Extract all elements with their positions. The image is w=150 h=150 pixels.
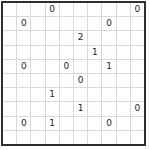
empty-cell-r1c8[interactable]: [117, 17, 130, 30]
empty-cell-r6c9[interactable]: [131, 88, 144, 101]
empty-cell-r8c6[interactable]: [88, 117, 101, 130]
empty-cell-r9c3[interactable]: [46, 131, 59, 144]
empty-cell-r7c3[interactable]: [46, 102, 59, 115]
empty-cell-r6c5[interactable]: [74, 88, 87, 101]
clue-cell-r2c5: 2: [74, 31, 87, 44]
empty-cell-r1c9[interactable]: [131, 17, 144, 30]
empty-cell-r4c9[interactable]: [131, 60, 144, 73]
empty-cell-r2c7[interactable]: [102, 31, 115, 44]
empty-cell-r1c0[interactable]: [3, 17, 16, 30]
empty-cell-r3c5[interactable]: [74, 46, 87, 59]
empty-cell-r7c7[interactable]: [102, 102, 115, 115]
empty-cell-r8c5[interactable]: [74, 117, 87, 130]
empty-cell-r9c9[interactable]: [131, 131, 144, 144]
empty-cell-r4c6[interactable]: [88, 60, 101, 73]
empty-cell-r4c0[interactable]: [3, 60, 16, 73]
empty-cell-r3c8[interactable]: [117, 46, 130, 59]
empty-cell-r6c2[interactable]: [31, 88, 44, 101]
clue-cell-r5c5: 0: [74, 74, 87, 87]
empty-cell-r0c0[interactable]: [3, 3, 16, 16]
empty-cell-r0c7[interactable]: [102, 3, 115, 16]
clue-cell-r1c1: 0: [17, 17, 30, 30]
empty-cell-r1c3[interactable]: [46, 17, 59, 30]
empty-cell-r7c8[interactable]: [117, 102, 130, 115]
empty-cell-r1c6[interactable]: [88, 17, 101, 30]
empty-cell-r1c4[interactable]: [60, 17, 73, 30]
empty-cell-r2c1[interactable]: [17, 31, 30, 44]
empty-cell-r0c5[interactable]: [74, 3, 87, 16]
clue-cell-r8c1: 0: [17, 117, 30, 130]
empty-cell-r0c1[interactable]: [17, 3, 30, 16]
empty-cell-r7c1[interactable]: [17, 102, 30, 115]
clue-cell-r1c7: 0: [102, 17, 115, 30]
empty-cell-r5c3[interactable]: [46, 74, 59, 87]
puzzle-page: 0000210010110010: [0, 0, 150, 150]
empty-cell-r6c7[interactable]: [102, 88, 115, 101]
empty-cell-r1c2[interactable]: [31, 17, 44, 30]
clue-cell-r7c5: 1: [74, 102, 87, 115]
empty-cell-r2c0[interactable]: [3, 31, 16, 44]
empty-cell-r6c0[interactable]: [3, 88, 16, 101]
empty-cell-r6c8[interactable]: [117, 88, 130, 101]
empty-cell-r3c1[interactable]: [17, 46, 30, 59]
empty-cell-r9c5[interactable]: [74, 131, 87, 144]
empty-cell-r8c4[interactable]: [60, 117, 73, 130]
empty-cell-r0c8[interactable]: [117, 3, 130, 16]
empty-cell-r3c4[interactable]: [60, 46, 73, 59]
clue-cell-r8c7: 0: [102, 117, 115, 130]
empty-cell-r7c2[interactable]: [31, 102, 44, 115]
empty-cell-r6c4[interactable]: [60, 88, 73, 101]
empty-cell-r7c4[interactable]: [60, 102, 73, 115]
empty-cell-r4c3[interactable]: [46, 60, 59, 73]
clue-cell-r3c6: 1: [88, 46, 101, 59]
clue-cell-r4c1: 0: [17, 60, 30, 73]
empty-cell-r9c0[interactable]: [3, 131, 16, 144]
empty-cell-r6c6[interactable]: [88, 88, 101, 101]
clue-cell-r4c4: 0: [60, 60, 73, 73]
empty-cell-r2c4[interactable]: [60, 31, 73, 44]
empty-cell-r5c1[interactable]: [17, 74, 30, 87]
empty-cell-r9c4[interactable]: [60, 131, 73, 144]
empty-cell-r5c4[interactable]: [60, 74, 73, 87]
empty-cell-r9c7[interactable]: [102, 131, 115, 144]
empty-cell-r9c6[interactable]: [88, 131, 101, 144]
empty-cell-r9c2[interactable]: [31, 131, 44, 144]
empty-cell-r3c7[interactable]: [102, 46, 115, 59]
empty-cell-r3c3[interactable]: [46, 46, 59, 59]
empty-cell-r8c8[interactable]: [117, 117, 130, 130]
empty-cell-r8c9[interactable]: [131, 117, 144, 130]
empty-cell-r9c8[interactable]: [117, 131, 130, 144]
empty-cell-r2c2[interactable]: [31, 31, 44, 44]
empty-cell-r7c6[interactable]: [88, 102, 101, 115]
empty-cell-r4c2[interactable]: [31, 60, 44, 73]
empty-cell-r3c2[interactable]: [31, 46, 44, 59]
empty-cell-r5c7[interactable]: [102, 74, 115, 87]
empty-cell-r4c5[interactable]: [74, 60, 87, 73]
empty-cell-r9c1[interactable]: [17, 131, 30, 144]
empty-cell-r7c0[interactable]: [3, 102, 16, 115]
empty-cell-r5c2[interactable]: [31, 74, 44, 87]
empty-cell-r3c9[interactable]: [131, 46, 144, 59]
minesweeper-board: 0000210010110010: [1, 1, 146, 146]
empty-cell-r5c0[interactable]: [3, 74, 16, 87]
empty-cell-r2c8[interactable]: [117, 31, 130, 44]
clue-cell-r0c3: 0: [46, 3, 59, 16]
empty-cell-r2c3[interactable]: [46, 31, 59, 44]
clue-cell-r6c3: 1: [46, 88, 59, 101]
empty-cell-r5c6[interactable]: [88, 74, 101, 87]
empty-cell-r0c6[interactable]: [88, 3, 101, 16]
empty-cell-r5c8[interactable]: [117, 74, 130, 87]
clue-cell-r7c9: 0: [131, 102, 144, 115]
empty-cell-r5c9[interactable]: [131, 74, 144, 87]
empty-cell-r3c0[interactable]: [3, 46, 16, 59]
empty-cell-r0c2[interactable]: [31, 3, 44, 16]
empty-cell-r8c0[interactable]: [3, 117, 16, 130]
clue-cell-r0c9: 0: [131, 3, 144, 16]
empty-cell-r2c9[interactable]: [131, 31, 144, 44]
empty-cell-r8c2[interactable]: [31, 117, 44, 130]
clue-cell-r4c7: 1: [102, 60, 115, 73]
empty-cell-r4c8[interactable]: [117, 60, 130, 73]
empty-cell-r0c4[interactable]: [60, 3, 73, 16]
empty-cell-r1c5[interactable]: [74, 17, 87, 30]
empty-cell-r2c6[interactable]: [88, 31, 101, 44]
clue-cell-r8c3: 1: [46, 117, 59, 130]
empty-cell-r6c1[interactable]: [17, 88, 30, 101]
